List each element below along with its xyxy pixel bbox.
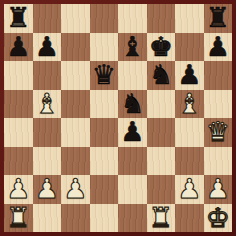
black-pawn[interactable]: ♟	[177, 61, 201, 89]
square-a1[interactable]: ♜	[4, 204, 33, 233]
black-bishop[interactable]: ♝	[120, 33, 144, 61]
square-b7[interactable]: ♟	[33, 33, 62, 62]
white-pawn[interactable]: ♟	[206, 175, 230, 203]
square-g3[interactable]	[175, 147, 204, 176]
square-h6[interactable]	[204, 61, 233, 90]
square-c7[interactable]	[61, 33, 90, 62]
square-a3[interactable]	[4, 147, 33, 176]
black-knight[interactable]: ♞	[149, 61, 173, 89]
square-b1[interactable]	[33, 204, 62, 233]
square-f8[interactable]	[147, 4, 176, 33]
square-e3[interactable]	[118, 147, 147, 176]
square-f1[interactable]: ♜	[147, 204, 176, 233]
black-king[interactable]: ♚	[149, 33, 173, 61]
square-e6[interactable]	[118, 61, 147, 90]
square-d1[interactable]	[90, 204, 119, 233]
square-c4[interactable]	[61, 118, 90, 147]
square-g6[interactable]: ♟	[175, 61, 204, 90]
square-h4[interactable]: ♛	[204, 118, 233, 147]
white-king[interactable]: ♚	[206, 204, 230, 232]
square-h7[interactable]: ♟	[204, 33, 233, 62]
square-g2[interactable]: ♟	[175, 175, 204, 204]
square-a6[interactable]	[4, 61, 33, 90]
white-queen[interactable]: ♛	[206, 118, 230, 146]
square-d2[interactable]	[90, 175, 119, 204]
square-d4[interactable]	[90, 118, 119, 147]
white-pawn[interactable]: ♟	[6, 175, 30, 203]
square-b2[interactable]: ♟	[33, 175, 62, 204]
white-rook[interactable]: ♜	[6, 204, 30, 232]
square-g8[interactable]	[175, 4, 204, 33]
square-a7[interactable]: ♟	[4, 33, 33, 62]
square-e5[interactable]: ♞	[118, 90, 147, 119]
black-pawn[interactable]: ♟	[206, 33, 230, 61]
square-f2[interactable]	[147, 175, 176, 204]
square-g1[interactable]	[175, 204, 204, 233]
square-c8[interactable]	[61, 4, 90, 33]
square-f5[interactable]	[147, 90, 176, 119]
square-f4[interactable]	[147, 118, 176, 147]
white-bishop[interactable]: ♝	[177, 90, 201, 118]
black-queen[interactable]: ♛	[92, 61, 116, 89]
square-d7[interactable]	[90, 33, 119, 62]
white-bishop[interactable]: ♝	[35, 90, 59, 118]
square-h3[interactable]	[204, 147, 233, 176]
black-knight[interactable]: ♞	[120, 90, 144, 118]
square-e8[interactable]	[118, 4, 147, 33]
square-c1[interactable]	[61, 204, 90, 233]
square-b4[interactable]	[33, 118, 62, 147]
square-d8[interactable]	[90, 4, 119, 33]
square-a4[interactable]	[4, 118, 33, 147]
square-c5[interactable]	[61, 90, 90, 119]
square-e1[interactable]	[118, 204, 147, 233]
square-d6[interactable]: ♛	[90, 61, 119, 90]
white-pawn[interactable]: ♟	[63, 175, 87, 203]
square-d3[interactable]	[90, 147, 119, 176]
square-c6[interactable]	[61, 61, 90, 90]
white-pawn[interactable]: ♟	[35, 175, 59, 203]
square-e2[interactable]	[118, 175, 147, 204]
black-pawn[interactable]: ♟	[120, 118, 144, 146]
square-e4[interactable]: ♟	[118, 118, 147, 147]
square-c3[interactable]	[61, 147, 90, 176]
square-a5[interactable]	[4, 90, 33, 119]
board-frame: ♜♜♟♟♝♚♟♛♞♟♝♞♝♟♛♟♟♟♟♟♜♜♚	[0, 0, 236, 236]
black-pawn[interactable]: ♟	[35, 33, 59, 61]
square-d5[interactable]	[90, 90, 119, 119]
white-rook[interactable]: ♜	[149, 204, 173, 232]
square-h2[interactable]: ♟	[204, 175, 233, 204]
square-c2[interactable]: ♟	[61, 175, 90, 204]
square-h1[interactable]: ♚	[204, 204, 233, 233]
square-f7[interactable]: ♚	[147, 33, 176, 62]
square-b8[interactable]	[33, 4, 62, 33]
square-g7[interactable]	[175, 33, 204, 62]
square-h5[interactable]	[204, 90, 233, 119]
square-f3[interactable]	[147, 147, 176, 176]
square-g4[interactable]	[175, 118, 204, 147]
black-rook[interactable]: ♜	[206, 4, 230, 32]
square-a2[interactable]: ♟	[4, 175, 33, 204]
square-b6[interactable]	[33, 61, 62, 90]
chess-board: ♜♜♟♟♝♚♟♛♞♟♝♞♝♟♛♟♟♟♟♟♜♜♚	[4, 4, 232, 232]
square-f6[interactable]: ♞	[147, 61, 176, 90]
black-rook[interactable]: ♜	[6, 4, 30, 32]
square-b5[interactable]: ♝	[33, 90, 62, 119]
square-g5[interactable]: ♝	[175, 90, 204, 119]
square-b3[interactable]	[33, 147, 62, 176]
square-a8[interactable]: ♜	[4, 4, 33, 33]
white-pawn[interactable]: ♟	[177, 175, 201, 203]
square-e7[interactable]: ♝	[118, 33, 147, 62]
black-pawn[interactable]: ♟	[6, 33, 30, 61]
square-h8[interactable]: ♜	[204, 4, 233, 33]
